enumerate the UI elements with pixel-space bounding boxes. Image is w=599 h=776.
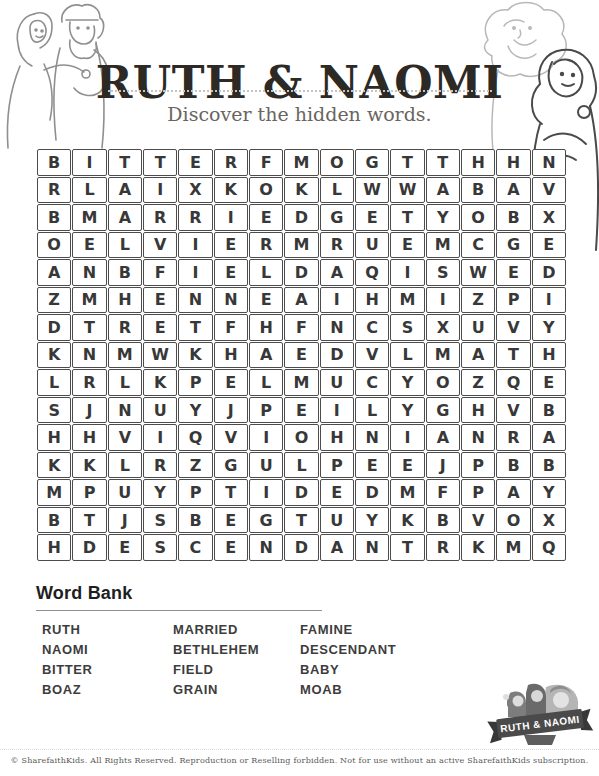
grid-cell[interactable]: M <box>284 369 318 396</box>
grid-cell[interactable]: A <box>108 177 142 204</box>
grid-cell[interactable]: D <box>532 259 566 286</box>
grid-cell[interactable]: P <box>461 452 495 479</box>
grid-cell[interactable]: A <box>37 259 71 286</box>
grid-cell[interactable]: A <box>496 479 530 506</box>
grid-cell[interactable]: Z <box>37 287 71 314</box>
grid-cell[interactable]: L <box>249 369 283 396</box>
grid-cell[interactable]: W <box>355 177 389 204</box>
grid-cell[interactable]: E <box>214 534 248 561</box>
word-bank-heading: Word Bank <box>36 583 132 604</box>
grid-cell[interactable]: P <box>320 452 354 479</box>
grid-cell[interactable]: R <box>143 204 177 231</box>
grid-cell[interactable]: N <box>178 287 212 314</box>
word-bank-word: NAOMI <box>42 640 173 660</box>
grid-cell[interactable]: K <box>284 177 318 204</box>
grid-cell[interactable]: Q <box>496 369 530 396</box>
grid-cell[interactable]: W <box>143 342 177 369</box>
grid-cell[interactable]: A <box>461 342 495 369</box>
grid-cell[interactable]: P <box>249 397 283 424</box>
grid-cell[interactable]: H <box>37 424 71 451</box>
word-bank-word: BITTER <box>42 660 173 680</box>
grid-cell[interactable]: M <box>426 232 460 259</box>
word-bank-word: RUTH <box>42 620 173 640</box>
grid-cell[interactable]: L <box>320 177 354 204</box>
grid-cell[interactable]: D <box>284 534 318 561</box>
grid-cell[interactable]: H <box>249 314 283 341</box>
grid-cell[interactable]: L <box>72 177 106 204</box>
grid-cell[interactable]: R <box>426 534 460 561</box>
grid-cell[interactable]: H <box>108 287 142 314</box>
grid-cell[interactable]: L <box>284 452 318 479</box>
grid-cell[interactable]: U <box>143 397 177 424</box>
grid-cell[interactable]: P <box>178 479 212 506</box>
grid-cell[interactable]: L <box>108 369 142 396</box>
grid-cell[interactable]: D <box>284 479 318 506</box>
grid-cell[interactable]: M <box>108 342 142 369</box>
word-bank-word: MOAB <box>300 680 396 700</box>
grid-cell[interactable]: F <box>284 314 318 341</box>
grid-cell[interactable]: Y <box>390 397 424 424</box>
grid-cell[interactable]: A <box>496 177 530 204</box>
grid-cell[interactable]: B <box>532 397 566 424</box>
grid-cell[interactable]: S <box>390 314 424 341</box>
grid-cell[interactable]: Y <box>532 314 566 341</box>
grid-cell[interactable]: L <box>37 369 71 396</box>
footer-divider <box>0 749 599 750</box>
grid-cell[interactable]: S <box>143 534 177 561</box>
grid-cell[interactable]: E <box>355 204 389 231</box>
grid-cell[interactable]: Y <box>355 507 389 534</box>
grid-cell[interactable]: Y <box>143 479 177 506</box>
grid-cell[interactable]: B <box>426 507 460 534</box>
grid-cell[interactable]: N <box>461 424 495 451</box>
grid-cell[interactable]: F <box>214 314 248 341</box>
grid-cell[interactable]: P <box>496 287 530 314</box>
word-bank-word: FAMINE <box>300 620 396 640</box>
grid-cell[interactable]: V <box>461 507 495 534</box>
grid-cell[interactable]: M <box>72 204 106 231</box>
grid-cell[interactable]: E <box>284 342 318 369</box>
word-bank-word: BETHLEHEM <box>173 640 300 660</box>
grid-cell[interactable]: E <box>390 452 424 479</box>
grid-cell[interactable]: J <box>72 397 106 424</box>
grid-cell[interactable]: E <box>72 232 106 259</box>
grid-cell[interactable]: E <box>355 452 389 479</box>
grid-cell[interactable]: Z <box>461 369 495 396</box>
grid-cell[interactable]: P <box>178 369 212 396</box>
grid-cell[interactable]: G <box>496 232 530 259</box>
grid-cell[interactable]: T <box>496 342 530 369</box>
grid-cell[interactable]: V <box>108 424 142 451</box>
grid-cell[interactable]: B <box>37 507 71 534</box>
grid-cell[interactable]: G <box>426 397 460 424</box>
grid-cell[interactable]: E <box>143 314 177 341</box>
grid-cell[interactable]: J <box>214 397 248 424</box>
grid-cell[interactable]: U <box>461 314 495 341</box>
grid-cell[interactable]: O <box>461 204 495 231</box>
grid-cell[interactable]: T <box>108 149 142 176</box>
grid-cell[interactable]: H <box>532 342 566 369</box>
badge-pedestal <box>524 735 556 745</box>
grid-cell[interactable]: P <box>72 479 106 506</box>
grid-cell[interactable]: I <box>390 424 424 451</box>
grid-cell[interactable]: E <box>214 507 248 534</box>
grid-cell[interactable]: O <box>320 149 354 176</box>
grid-cell[interactable]: B <box>532 452 566 479</box>
grid-cell[interactable]: B <box>496 204 530 231</box>
grid-cell[interactable]: J <box>426 452 460 479</box>
grid-cell[interactable]: T <box>426 149 460 176</box>
grid-cell[interactable]: R <box>178 204 212 231</box>
grid-cell[interactable]: X <box>426 314 460 341</box>
grid-cell[interactable]: R <box>72 369 106 396</box>
grid-cell[interactable]: M <box>284 232 318 259</box>
word-bank-list: RUTHNAOMIBITTERBOAZMARRIEDBETHLEHEMFIELD… <box>42 620 396 700</box>
grid-cell[interactable]: N <box>249 534 283 561</box>
grid-cell[interactable]: D <box>284 204 318 231</box>
grid-cell[interactable]: I <box>143 177 177 204</box>
grid-cell[interactable]: E <box>249 287 283 314</box>
grid-cell[interactable]: I <box>320 287 354 314</box>
grid-cell[interactable]: N <box>355 534 389 561</box>
grid-cell[interactable]: N <box>532 149 566 176</box>
grid-cell[interactable]: M <box>284 149 318 176</box>
grid-cell[interactable]: I <box>72 149 106 176</box>
grid-cell[interactable]: T <box>390 149 424 176</box>
word-bank-word: BABY <box>300 660 396 680</box>
grid-cell[interactable]: H <box>72 424 106 451</box>
grid-cell[interactable]: T <box>390 534 424 561</box>
grid-cell[interactable]: E <box>320 479 354 506</box>
grid-cell[interactable]: T <box>72 314 106 341</box>
grid-cell[interactable]: B <box>178 507 212 534</box>
grid-cell[interactable]: M <box>390 479 424 506</box>
grid-cell[interactable]: N <box>72 259 106 286</box>
grid-cell[interactable]: M <box>37 479 71 506</box>
grid-cell[interactable]: E <box>532 232 566 259</box>
word-search-grid: BITTERFMOGTTHHNRLAIXKOKLWWABAVBMARRIEDGE… <box>37 149 566 561</box>
grid-cell[interactable]: N <box>355 424 389 451</box>
grid-cell[interactable]: M <box>426 342 460 369</box>
grid-cell[interactable]: V <box>496 314 530 341</box>
grid-cell[interactable]: G <box>214 452 248 479</box>
grid-cell[interactable]: B <box>496 452 530 479</box>
grid-cell[interactable]: K <box>37 452 71 479</box>
grid-cell[interactable]: I <box>178 232 212 259</box>
grid-cell[interactable]: E <box>496 259 530 286</box>
grid-cell[interactable]: E <box>108 534 142 561</box>
grid-cell[interactable]: K <box>37 342 71 369</box>
grid-cell[interactable]: A <box>320 259 354 286</box>
grid-cell[interactable]: Z <box>178 452 212 479</box>
grid-cell[interactable]: I <box>532 287 566 314</box>
grid-cell[interactable]: H <box>496 149 530 176</box>
grid-cell[interactable]: S <box>426 259 460 286</box>
grid-cell[interactable]: T <box>390 204 424 231</box>
word-bank-column: MARRIEDBETHLEHEMFIELDGRAIN <box>173 620 300 700</box>
grid-cell[interactable]: I <box>426 287 460 314</box>
grid-cell[interactable]: Y <box>532 479 566 506</box>
grid-cell[interactable]: I <box>320 397 354 424</box>
page-title: RUTH & NAOMI <box>0 57 599 108</box>
grid-cell[interactable]: R <box>108 314 142 341</box>
grid-cell[interactable]: L <box>249 259 283 286</box>
grid-cell[interactable]: U <box>320 369 354 396</box>
grid-cell[interactable]: T <box>214 479 248 506</box>
grid-cell[interactable]: E <box>143 287 177 314</box>
grid-cell[interactable]: R <box>37 177 71 204</box>
grid-cell[interactable]: K <box>143 369 177 396</box>
grid-cell[interactable]: A <box>426 424 460 451</box>
grid-cell[interactable]: D <box>284 259 318 286</box>
grid-cell[interactable]: H <box>214 342 248 369</box>
grid-cell[interactable]: G <box>355 149 389 176</box>
grid-cell[interactable]: E <box>214 232 248 259</box>
word-bank-divider <box>36 610 322 611</box>
grid-cell[interactable]: H <box>461 397 495 424</box>
grid-cell[interactable]: Z <box>461 287 495 314</box>
grid-cell[interactable]: Q <box>355 259 389 286</box>
grid-cell[interactable]: B <box>461 177 495 204</box>
grid-cell[interactable]: G <box>320 204 354 231</box>
grid-cell[interactable]: O <box>249 177 283 204</box>
grid-cell[interactable]: T <box>72 507 106 534</box>
grid-cell[interactable]: C <box>355 314 389 341</box>
grid-cell[interactable]: B <box>37 149 71 176</box>
grid-cell[interactable]: J <box>108 507 142 534</box>
grid-cell[interactable]: N <box>214 287 248 314</box>
grid-cell[interactable]: U <box>355 232 389 259</box>
grid-cell[interactable]: N <box>108 397 142 424</box>
grid-cell[interactable]: V <box>355 342 389 369</box>
grid-cell[interactable]: K <box>72 452 106 479</box>
grid-cell[interactable]: X <box>532 204 566 231</box>
grid-cell[interactable]: U <box>249 452 283 479</box>
grid-cell[interactable]: E <box>532 369 566 396</box>
grid-cell[interactable]: L <box>355 397 389 424</box>
word-bank-word: GRAIN <box>173 680 300 700</box>
grid-cell[interactable]: V <box>496 397 530 424</box>
grid-cell[interactable]: L <box>108 232 142 259</box>
grid-cell[interactable]: O <box>284 424 318 451</box>
grid-cell[interactable]: Q <box>532 534 566 561</box>
grid-cell[interactable]: W <box>461 259 495 286</box>
grid-cell[interactable]: I <box>390 259 424 286</box>
grid-cell[interactable]: V <box>532 177 566 204</box>
grid-cell[interactable]: H <box>37 534 71 561</box>
grid-cell[interactable]: V <box>143 232 177 259</box>
grid-cell[interactable]: R <box>143 452 177 479</box>
grid-cell[interactable]: F <box>426 479 460 506</box>
grid-cell[interactable]: D <box>355 479 389 506</box>
grid-cell[interactable]: A <box>249 342 283 369</box>
grid-cell[interactable]: I <box>249 479 283 506</box>
grid-cell[interactable]: K <box>214 177 248 204</box>
word-bank-word: DESCENDANT <box>300 640 396 660</box>
grid-cell[interactable]: E <box>178 149 212 176</box>
grid-cell[interactable]: A <box>532 424 566 451</box>
grid-cell[interactable]: A <box>108 204 142 231</box>
grid-cell[interactable]: E <box>214 369 248 396</box>
grid-cell[interactable]: V <box>214 424 248 451</box>
grid-cell[interactable]: K <box>390 507 424 534</box>
grid-cell[interactable]: P <box>461 479 495 506</box>
grid-cell[interactable]: I <box>178 259 212 286</box>
grid-cell[interactable]: T <box>178 314 212 341</box>
grid-cell[interactable]: K <box>178 342 212 369</box>
title-divider <box>108 90 492 92</box>
grid-cell[interactable]: T <box>284 507 318 534</box>
grid-cell[interactable]: S <box>37 397 71 424</box>
grid-cell[interactable]: R <box>214 149 248 176</box>
word-bank-column: RUTHNAOMIBITTERBOAZ <box>42 620 173 700</box>
grid-cell[interactable]: M <box>496 534 530 561</box>
grid-cell[interactable]: O <box>496 507 530 534</box>
grid-cell[interactable]: Q <box>178 424 212 451</box>
grid-cell[interactable]: S <box>143 507 177 534</box>
grid-cell[interactable]: N <box>72 342 106 369</box>
word-bank-column: FAMINEDESCENDANTBABYMOAB <box>300 620 396 700</box>
grid-cell[interactable]: H <box>320 424 354 451</box>
grid-cell[interactable]: L <box>108 452 142 479</box>
grid-cell[interactable]: K <box>461 534 495 561</box>
grid-cell[interactable]: T <box>143 149 177 176</box>
grid-cell[interactable]: M <box>72 287 106 314</box>
grid-cell[interactable]: F <box>249 149 283 176</box>
grid-cell[interactable]: D <box>72 534 106 561</box>
grid-cell[interactable]: D <box>37 314 71 341</box>
grid-cell[interactable]: X <box>532 507 566 534</box>
grid-cell[interactable]: H <box>461 149 495 176</box>
grid-cell[interactable]: B <box>37 204 71 231</box>
grid-cell[interactable]: D <box>320 342 354 369</box>
grid-cell[interactable]: L <box>390 342 424 369</box>
grid-cell[interactable]: I <box>143 424 177 451</box>
word-bank-word: FIELD <box>173 660 300 680</box>
grid-cell[interactable]: C <box>461 232 495 259</box>
grid-cell[interactable]: U <box>320 507 354 534</box>
grid-cell[interactable]: Y <box>178 397 212 424</box>
word-bank-word: BOAZ <box>42 680 173 700</box>
grid-cell[interactable]: R <box>320 232 354 259</box>
grid-cell[interactable]: B <box>108 259 142 286</box>
grid-cell[interactable]: X <box>178 177 212 204</box>
grid-cell[interactable]: I <box>249 424 283 451</box>
grid-cell[interactable]: N <box>320 314 354 341</box>
grid-cell[interactable]: A <box>320 534 354 561</box>
grid-cell[interactable]: R <box>496 424 530 451</box>
grid-cell[interactable]: I <box>214 204 248 231</box>
word-bank-word: MARRIED <box>173 620 300 640</box>
grid-cell[interactable]: E <box>284 397 318 424</box>
grid-cell[interactable]: O <box>37 232 71 259</box>
grid-cell[interactable]: E <box>390 232 424 259</box>
grid-cell[interactable]: O <box>426 369 460 396</box>
grid-cell[interactable]: G <box>249 507 283 534</box>
grid-cell[interactable]: H <box>355 287 389 314</box>
grid-cell[interactable]: A <box>284 287 318 314</box>
grid-cell[interactable]: F <box>143 259 177 286</box>
page-subtitle: Discover the hidden words. <box>0 103 599 125</box>
grid-cell[interactable]: R <box>249 232 283 259</box>
grid-cell[interactable]: C <box>355 369 389 396</box>
grid-cell[interactable]: U <box>108 479 142 506</box>
ruth-naomi-badge: RUTH & NAOMI <box>486 679 594 747</box>
grid-cell[interactable]: Y <box>426 204 460 231</box>
grid-cell[interactable]: C <box>178 534 212 561</box>
grid-cell[interactable]: E <box>214 259 248 286</box>
grid-cell[interactable]: A <box>426 177 460 204</box>
grid-cell[interactable]: M <box>390 287 424 314</box>
copyright-text: © SharefaithKids. All Rights Reserved. R… <box>0 756 599 765</box>
grid-cell[interactable]: E <box>249 204 283 231</box>
grid-cell[interactable]: Y <box>390 369 424 396</box>
grid-cell[interactable]: W <box>390 177 424 204</box>
